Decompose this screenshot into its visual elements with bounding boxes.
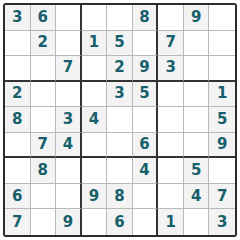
cell-r8c7[interactable] <box>158 184 184 210</box>
cell-r4c9[interactable]: 1 <box>209 82 235 108</box>
cell-r9c9[interactable]: 3 <box>209 209 235 235</box>
cell-r2c5[interactable]: 5 <box>107 31 133 57</box>
cell-r2c1[interactable] <box>5 31 31 57</box>
cell-r4c5[interactable]: 3 <box>107 82 133 108</box>
cell-r8c8[interactable]: 4 <box>184 184 210 210</box>
cell-r8c2[interactable] <box>31 184 57 210</box>
cell-r9c6[interactable] <box>133 209 159 235</box>
cell-r9c8[interactable] <box>184 209 210 235</box>
cell-r8c4[interactable]: 9 <box>82 184 108 210</box>
cell-r3c8[interactable] <box>184 56 210 82</box>
cell-r6c2[interactable]: 7 <box>31 133 57 159</box>
cell-r7c8[interactable]: 5 <box>184 158 210 184</box>
cell-r3c5[interactable]: 2 <box>107 56 133 82</box>
cell-r6c4[interactable] <box>82 133 108 159</box>
cell-r2c4[interactable]: 1 <box>82 31 108 57</box>
cell-r7c6[interactable]: 4 <box>133 158 159 184</box>
cell-r6c3[interactable]: 4 <box>56 133 82 159</box>
cell-r4c7[interactable] <box>158 82 184 108</box>
cell-r1c1[interactable]: 3 <box>5 5 31 31</box>
cell-r4c8[interactable] <box>184 82 210 108</box>
cell-r3c1[interactable] <box>5 56 31 82</box>
cell-r3c4[interactable] <box>82 56 108 82</box>
cell-r2c7[interactable]: 7 <box>158 31 184 57</box>
cell-r5c7[interactable] <box>158 107 184 133</box>
cell-r5c1[interactable]: 8 <box>5 107 31 133</box>
cell-r4c4[interactable] <box>82 82 108 108</box>
cell-r3c2[interactable] <box>31 56 57 82</box>
cell-r5c2[interactable] <box>31 107 57 133</box>
cell-r6c6[interactable]: 6 <box>133 133 159 159</box>
sudoku-board: 3689215772932351834574698456984779613 <box>3 3 237 237</box>
cell-r7c3[interactable] <box>56 158 82 184</box>
cell-r4c6[interactable]: 5 <box>133 82 159 108</box>
cell-r1c2[interactable]: 6 <box>31 5 57 31</box>
cell-r8c5[interactable]: 8 <box>107 184 133 210</box>
cell-r1c8[interactable]: 9 <box>184 5 210 31</box>
cell-r1c9[interactable] <box>209 5 235 31</box>
cell-r3c6[interactable]: 9 <box>133 56 159 82</box>
cell-r5c3[interactable]: 3 <box>56 107 82 133</box>
cell-r7c9[interactable] <box>209 158 235 184</box>
cell-r2c9[interactable] <box>209 31 235 57</box>
cell-r9c3[interactable]: 9 <box>56 209 82 235</box>
cell-r1c6[interactable]: 8 <box>133 5 159 31</box>
cell-r3c7[interactable]: 3 <box>158 56 184 82</box>
cell-r3c3[interactable]: 7 <box>56 56 82 82</box>
cell-r9c1[interactable]: 7 <box>5 209 31 235</box>
cell-r5c6[interactable] <box>133 107 159 133</box>
cell-r4c2[interactable] <box>31 82 57 108</box>
sudoku-board-wrapper: 3689215772932351834574698456984779613 <box>0 0 240 240</box>
cell-r8c9[interactable]: 7 <box>209 184 235 210</box>
cell-r7c4[interactable] <box>82 158 108 184</box>
cell-r4c3[interactable] <box>56 82 82 108</box>
cell-r9c5[interactable]: 6 <box>107 209 133 235</box>
cell-r6c5[interactable] <box>107 133 133 159</box>
cell-r9c7[interactable]: 1 <box>158 209 184 235</box>
cell-r6c7[interactable] <box>158 133 184 159</box>
cell-r5c9[interactable]: 5 <box>209 107 235 133</box>
cell-r5c4[interactable]: 4 <box>82 107 108 133</box>
cell-r1c3[interactable] <box>56 5 82 31</box>
cell-r2c8[interactable] <box>184 31 210 57</box>
cell-r6c8[interactable] <box>184 133 210 159</box>
cell-r5c8[interactable] <box>184 107 210 133</box>
cell-r4c1[interactable]: 2 <box>5 82 31 108</box>
cell-r1c5[interactable] <box>107 5 133 31</box>
cell-r9c4[interactable] <box>82 209 108 235</box>
cell-r6c1[interactable] <box>5 133 31 159</box>
cell-r8c3[interactable] <box>56 184 82 210</box>
cell-r6c9[interactable]: 9 <box>209 133 235 159</box>
cell-r1c7[interactable] <box>158 5 184 31</box>
cell-r7c1[interactable] <box>5 158 31 184</box>
cell-r7c5[interactable] <box>107 158 133 184</box>
cell-r5c5[interactable] <box>107 107 133 133</box>
cell-r8c6[interactable] <box>133 184 159 210</box>
cell-r7c2[interactable]: 8 <box>31 158 57 184</box>
cell-r3c9[interactable] <box>209 56 235 82</box>
cell-r8c1[interactable]: 6 <box>5 184 31 210</box>
cell-r2c3[interactable] <box>56 31 82 57</box>
cell-r2c6[interactable] <box>133 31 159 57</box>
cell-r1c4[interactable] <box>82 5 108 31</box>
cell-r2c2[interactable]: 2 <box>31 31 57 57</box>
cell-r7c7[interactable] <box>158 158 184 184</box>
cell-r9c2[interactable] <box>31 209 57 235</box>
